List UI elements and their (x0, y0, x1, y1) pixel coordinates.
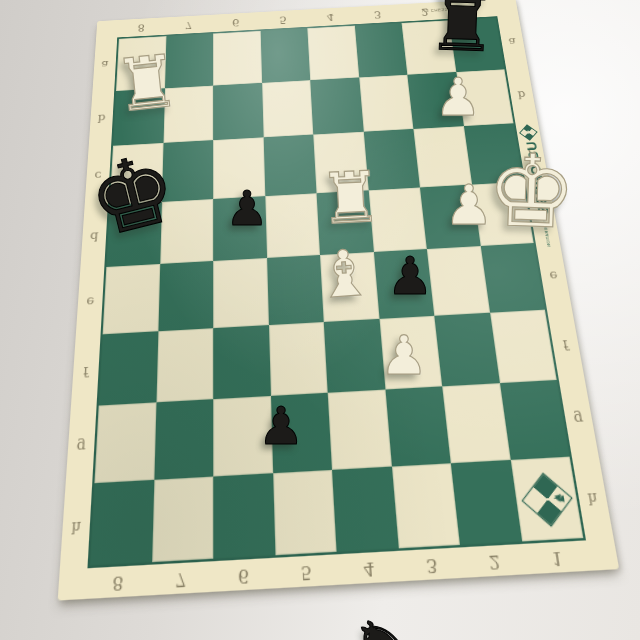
square-e1 (480, 243, 545, 312)
square-g3 (385, 386, 451, 466)
square-h7 (152, 476, 214, 562)
square-c2 (413, 126, 471, 187)
square-b4 (310, 77, 363, 134)
square-b2 (407, 72, 463, 129)
square-f5 (268, 321, 327, 395)
square-f2 (434, 312, 499, 386)
file-label-left-a: a (101, 59, 109, 69)
rank-label-bottom-8: 8 (112, 572, 124, 592)
file-label-left-g: g (76, 438, 86, 453)
square-b8 (113, 88, 165, 146)
square-b1 (456, 69, 514, 126)
chess-board-grid (87, 16, 586, 568)
square-h5 (273, 469, 337, 555)
square-a5 (260, 28, 310, 82)
square-h8 (90, 479, 154, 565)
square-d1 (472, 181, 534, 246)
square-d3 (368, 187, 427, 252)
knight-icon: ♞ (552, 492, 568, 506)
square-e3 (373, 249, 434, 318)
square-a3 (354, 23, 407, 77)
square-g7 (154, 399, 213, 479)
knight-icon: ♞ (527, 494, 543, 508)
square-b5 (262, 80, 314, 138)
square-e8 (103, 264, 160, 334)
square-a8 (116, 36, 166, 90)
vinyl-mat-perspective: 8877665544332211aabbccddeeffgghh ♞ US CH… (58, 0, 620, 601)
file-label-right-f: f (562, 337, 569, 351)
rank-label-bottom-7: 7 (175, 568, 186, 588)
square-e5 (267, 255, 324, 325)
rank-label-top-1: 1 (468, 4, 477, 14)
file-label-left-d: d (90, 230, 99, 242)
square-f6 (213, 325, 270, 400)
square-g2 (442, 383, 510, 463)
tiny-brand-text: US CHESS (422, 7, 448, 13)
square-f8 (99, 331, 158, 406)
rank-label-top-5: 5 (279, 15, 287, 25)
square-f4 (324, 318, 385, 392)
file-label-right-g: g (573, 410, 585, 425)
square-f3 (379, 315, 442, 389)
square-e2 (427, 246, 490, 315)
square-e7 (158, 261, 213, 331)
file-label-left-c: c (94, 169, 102, 181)
square-h3 (391, 463, 460, 549)
square-c1 (463, 123, 523, 184)
rank-label-top-7: 7 (185, 20, 192, 30)
file-label-left-b: b (98, 112, 106, 123)
file-label-left-e: e (86, 294, 95, 307)
rank-label-bottom-6: 6 (238, 565, 249, 585)
board-photo-scene: 8877665544332211aabbccddeeffgghh ♞ US CH… (0, 0, 640, 640)
square-f7 (156, 328, 213, 403)
square-b3 (359, 74, 414, 131)
rank-label-bottom-2: 2 (488, 551, 501, 571)
vinyl-chess-mat: 8877665544332211aabbccddeeffgghh ♞ US CH… (58, 0, 620, 601)
brand-sub: FEDERATION (541, 219, 551, 247)
square-g6 (213, 396, 272, 476)
file-label-right-b: b (517, 89, 526, 100)
square-b6 (213, 83, 263, 141)
square-a1 (449, 18, 505, 72)
square-d6 (213, 196, 266, 261)
square-h6 (213, 473, 275, 559)
square-c7 (161, 140, 213, 201)
file-label-left-f: f (83, 364, 89, 378)
square-b7 (163, 85, 213, 143)
file-label-left-h: h (71, 518, 81, 534)
rank-label-top-6: 6 (232, 17, 239, 27)
square-g4 (328, 390, 392, 470)
square-a6 (213, 31, 262, 85)
square-g8 (94, 402, 155, 482)
rank-label-top-8: 8 (137, 22, 145, 32)
us-chess-diamond-icon: ♞ (519, 124, 538, 140)
square-a4 (307, 26, 358, 80)
square-d5 (265, 193, 320, 258)
rank-label-bottom-1: 1 (550, 547, 564, 567)
square-c5 (263, 135, 316, 196)
off-board-black-piece: ♞ (341, 600, 419, 640)
square-c4 (313, 132, 368, 193)
square-c6 (213, 137, 265, 198)
square-a2 (402, 20, 456, 74)
square-g1 (499, 380, 569, 459)
square-d8 (106, 201, 161, 266)
square-c3 (363, 129, 420, 190)
rank-label-top-4: 4 (326, 12, 334, 22)
square-h4 (332, 466, 398, 552)
rank-label-top-3: 3 (374, 9, 382, 19)
square-d7 (160, 199, 213, 264)
file-label-right-a: a (508, 36, 517, 46)
square-d2 (420, 184, 480, 249)
square-a7 (165, 34, 214, 88)
file-label-right-h: h (586, 489, 598, 505)
square-f1 (490, 309, 557, 383)
rank-label-bottom-4: 4 (363, 558, 375, 578)
square-g5 (270, 393, 332, 473)
square-c8 (110, 143, 163, 204)
knight-icon: ♞ (524, 128, 533, 136)
square-e4 (320, 252, 379, 321)
square-e6 (213, 258, 268, 328)
rank-label-bottom-5: 5 (300, 561, 312, 581)
rank-label-bottom-3: 3 (425, 554, 438, 574)
square-d4 (317, 190, 374, 255)
